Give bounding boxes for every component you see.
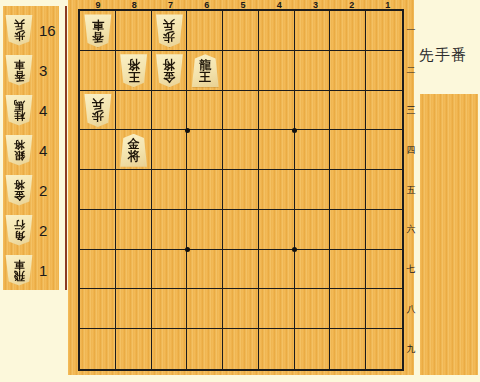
turn-indicator: 先手番 [419, 46, 467, 65]
board-square[interactable] [295, 170, 331, 210]
hand-count: 16 [39, 22, 56, 39]
board-square[interactable] [223, 51, 259, 91]
board-square[interactable] [223, 250, 259, 290]
board-square[interactable] [259, 11, 295, 51]
board-square[interactable] [366, 51, 402, 91]
piece-kanji: 金将 [14, 179, 25, 201]
board-square[interactable] [295, 210, 331, 250]
board-square[interactable] [366, 289, 402, 329]
board-square[interactable] [366, 329, 402, 369]
board-square[interactable] [223, 210, 259, 250]
piece-kanji: 銀将 [14, 139, 25, 161]
shogi-piece-lance[interactable]: 香車 [84, 14, 112, 47]
board-square[interactable] [223, 11, 259, 51]
board-square[interactable] [330, 170, 366, 210]
board-square[interactable] [80, 170, 116, 210]
board-square[interactable] [330, 329, 366, 369]
piece-kanji: 龍王 [199, 59, 211, 83]
hand-count: 2 [39, 182, 47, 199]
board-square[interactable] [116, 11, 152, 51]
board-square[interactable] [116, 210, 152, 250]
board-square[interactable] [152, 250, 188, 290]
board-square[interactable] [295, 11, 331, 51]
board-square[interactable] [259, 91, 295, 131]
piece-kanji: 桂馬 [14, 99, 25, 121]
hand-entry: 角行2 [3, 210, 59, 250]
stand-rim [65, 6, 67, 290]
board-square[interactable] [152, 289, 188, 329]
board-square[interactable] [187, 210, 223, 250]
hand-count: 4 [39, 102, 47, 119]
board-square[interactable] [259, 329, 295, 369]
hand-entry: 飛車1 [3, 250, 59, 290]
board-square[interactable] [259, 210, 295, 250]
shogi-piece-promoted-rook[interactable]: 龍王 [191, 54, 219, 87]
board-square[interactable] [366, 11, 402, 51]
shogi-piece-king[interactable]: 王将 [120, 54, 148, 87]
board-square[interactable] [259, 289, 295, 329]
board-square[interactable] [223, 170, 259, 210]
hand-piece-gold[interactable]: 金将 [5, 175, 33, 206]
board-square[interactable] [295, 130, 331, 170]
rank-label: 七 [404, 250, 418, 290]
hand-piece-knight[interactable]: 桂馬 [5, 95, 33, 126]
board-square[interactable] [366, 170, 402, 210]
piece-kanji: 金将 [163, 59, 175, 83]
shogi-piece-gold[interactable]: 金将 [120, 134, 148, 167]
rank-label: 三 [404, 91, 418, 131]
board-square[interactable] [366, 250, 402, 290]
board-square[interactable] [187, 91, 223, 131]
piece-kanji: 角行 [14, 219, 25, 241]
rank-label: 四 [404, 130, 418, 170]
board-square[interactable] [330, 91, 366, 131]
board-square[interactable] [259, 170, 295, 210]
board-square[interactable] [330, 130, 366, 170]
board-square[interactable] [330, 250, 366, 290]
board-square[interactable] [152, 170, 188, 210]
board-square[interactable] [116, 170, 152, 210]
board-square[interactable] [116, 250, 152, 290]
hand-piece-silver[interactable]: 銀将 [5, 135, 33, 166]
board-square[interactable] [295, 91, 331, 131]
board-square[interactable] [295, 289, 331, 329]
hand-count: 2 [39, 222, 47, 239]
board-square[interactable] [80, 329, 116, 369]
board-square[interactable] [223, 329, 259, 369]
board-square[interactable] [295, 51, 331, 91]
hand-entry: 歩兵16 [3, 10, 59, 50]
rank-label: 六 [404, 210, 418, 250]
piece-kanji: 香車 [92, 19, 104, 43]
board-square[interactable] [152, 210, 188, 250]
piece-kanji: 歩兵 [92, 98, 104, 122]
rank-label: 二 [404, 51, 418, 91]
hoshi-dot [185, 247, 190, 252]
board-square[interactable] [80, 289, 116, 329]
shogi-piece-pawn[interactable]: 歩兵 [155, 14, 183, 47]
board-square[interactable] [80, 250, 116, 290]
board-square[interactable] [187, 250, 223, 290]
rank-label: 九 [404, 329, 418, 369]
board-square[interactable] [259, 250, 295, 290]
board-square[interactable] [330, 11, 366, 51]
board-square[interactable] [187, 11, 223, 51]
piece-kanji: 歩兵 [14, 19, 25, 41]
board-square[interactable] [116, 329, 152, 369]
hand-count: 4 [39, 142, 47, 159]
shogi-board: 987654321 一二三四五六七八九 香車歩兵王将金将龍王歩兵金将 [68, 0, 414, 375]
board-square[interactable] [259, 51, 295, 91]
hand-entry: 香車3 [3, 50, 59, 90]
board-square[interactable] [223, 91, 259, 131]
board-square[interactable] [187, 289, 223, 329]
board-square[interactable] [330, 210, 366, 250]
hand-entry: 銀将4 [3, 130, 59, 170]
hand-count: 3 [39, 62, 47, 79]
hand-entry: 金将2 [3, 170, 59, 210]
shogi-app: { "game": "shogi", "diagram_type": "tsum… [0, 0, 480, 382]
hand-piece-bishop[interactable]: 角行 [5, 215, 33, 246]
hoshi-dot [185, 128, 190, 133]
gote-captured-stand: 歩兵16香車3桂馬4銀将4金将2角行2飛車1 [3, 6, 59, 290]
sente-captured-stand [420, 94, 478, 375]
board-square[interactable] [295, 250, 331, 290]
hand-piece-lance[interactable]: 香車 [5, 55, 33, 86]
board-square[interactable] [116, 91, 152, 131]
hand-piece-pawn[interactable]: 歩兵 [5, 15, 33, 46]
board-square[interactable] [116, 289, 152, 329]
board-square[interactable] [223, 289, 259, 329]
rank-label: 八 [404, 289, 418, 329]
piece-kanji: 王将 [128, 59, 140, 83]
hand-piece-rook[interactable]: 飛車 [5, 255, 33, 286]
board-square[interactable] [330, 51, 366, 91]
rank-label: 五 [404, 170, 418, 210]
board-square[interactable] [187, 170, 223, 210]
board-square[interactable] [366, 130, 402, 170]
board-square[interactable] [366, 91, 402, 131]
shogi-piece-gold[interactable]: 金将 [155, 54, 183, 87]
rank-labels: 一二三四五六七八九 [404, 11, 418, 369]
board-square[interactable] [152, 329, 188, 369]
board-square[interactable] [187, 329, 223, 369]
piece-kanji: 飛車 [14, 259, 25, 281]
board-square[interactable] [152, 130, 188, 170]
piece-kanji: 香車 [14, 59, 25, 81]
shogi-piece-pawn[interactable]: 歩兵 [84, 94, 112, 127]
piece-kanji: 歩兵 [163, 19, 175, 43]
board-square[interactable] [330, 289, 366, 329]
board-square[interactable] [295, 329, 331, 369]
hoshi-dot [292, 128, 297, 133]
board-square[interactable] [366, 210, 402, 250]
board-square[interactable] [223, 130, 259, 170]
rank-label: 一 [404, 11, 418, 51]
board-square[interactable] [259, 130, 295, 170]
board-square[interactable] [80, 130, 116, 170]
board-square[interactable] [187, 130, 223, 170]
hand-count: 1 [39, 262, 47, 279]
board-square[interactable] [80, 51, 116, 91]
board-square[interactable] [80, 210, 116, 250]
board-square[interactable] [152, 91, 188, 131]
piece-kanji: 金将 [128, 138, 140, 162]
hand-entry: 桂馬4 [3, 90, 59, 130]
